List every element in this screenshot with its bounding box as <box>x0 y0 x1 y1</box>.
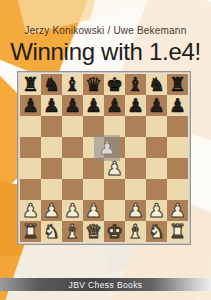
ghost-pawn-icon: ♟ <box>99 135 115 161</box>
square-h6 <box>167 116 188 137</box>
square-f5 <box>125 137 146 158</box>
square-c5 <box>62 137 83 158</box>
square-e6 <box>104 116 125 137</box>
square-b4 <box>41 158 62 179</box>
square-h4 <box>167 158 188 179</box>
square-f1: ♝ <box>125 221 146 242</box>
piece-white-pawn: ♟ <box>148 200 165 221</box>
square-b8: ♞ <box>41 74 62 95</box>
square-a6 <box>20 116 41 137</box>
square-b3 <box>41 179 62 200</box>
square-d1: ♛ <box>83 221 104 242</box>
square-d3 <box>83 179 104 200</box>
piece-white-pawn: ♟ <box>127 200 144 221</box>
piece-black-pawn: ♟ <box>106 95 123 116</box>
square-g4 <box>146 158 167 179</box>
square-e8: ♚ <box>104 74 125 95</box>
square-g7: ♟ <box>146 95 167 116</box>
book-cover: Jerzy Konikowski / Uwe Bekemann Winning … <box>0 0 211 300</box>
square-a8: ♜ <box>20 74 41 95</box>
square-h1: ♜ <box>167 221 188 242</box>
square-a1: ♜ <box>20 221 41 242</box>
square-e7: ♟ <box>104 95 125 116</box>
square-e2 <box>104 200 125 221</box>
square-f4 <box>125 158 146 179</box>
piece-black-rook: ♜ <box>22 74 39 95</box>
square-g6 <box>146 116 167 137</box>
square-d2: ♟ <box>83 200 104 221</box>
piece-black-bishop: ♝ <box>127 74 144 95</box>
square-h5 <box>167 137 188 158</box>
square-h8: ♜ <box>167 74 188 95</box>
square-g1: ♞ <box>146 221 167 242</box>
publisher-bar: JBV Chess Books <box>0 278 211 291</box>
piece-black-pawn: ♟ <box>22 95 39 116</box>
square-a5 <box>20 137 41 158</box>
square-h3 <box>167 179 188 200</box>
piece-white-bishop: ♝ <box>64 221 81 242</box>
square-b7: ♟ <box>41 95 62 116</box>
square-c1: ♝ <box>62 221 83 242</box>
piece-white-knight: ♞ <box>43 221 60 242</box>
square-g8: ♞ <box>146 74 167 95</box>
piece-white-pawn: ♟ <box>22 200 39 221</box>
square-b6 <box>41 116 62 137</box>
piece-white-rook: ♜ <box>169 221 186 242</box>
piece-white-pawn: ♟ <box>64 200 81 221</box>
piece-white-bishop: ♝ <box>127 221 144 242</box>
square-a2: ♟ <box>20 200 41 221</box>
square-e1: ♚ <box>104 221 125 242</box>
square-b1: ♞ <box>41 221 62 242</box>
square-f2: ♟ <box>125 200 146 221</box>
square-b2: ♟ <box>41 200 62 221</box>
square-f8: ♝ <box>125 74 146 95</box>
piece-black-pawn: ♟ <box>169 95 186 116</box>
piece-white-queen: ♛ <box>85 221 102 242</box>
publisher-name: JBV Chess Books <box>68 280 142 290</box>
square-c2: ♟ <box>62 200 83 221</box>
piece-black-king: ♚ <box>106 74 123 95</box>
piece-white-pawn: ♟ <box>43 200 60 221</box>
square-f6 <box>125 116 146 137</box>
author-names: Jerzy Konikowski / Uwe Bekemann <box>0 25 211 36</box>
piece-black-pawn: ♟ <box>148 95 165 116</box>
square-g2: ♟ <box>146 200 167 221</box>
square-a4 <box>20 158 41 179</box>
square-c6 <box>62 116 83 137</box>
piece-black-knight: ♞ <box>43 74 60 95</box>
square-e4: ♟ <box>104 158 125 179</box>
board-frame: ♟ ♜♞♝♛♚♝♞♜♟♟♟♟♟♟♟♟♟♟♟♟♟♟♟♟♜♞♝♛♚♝♞♜ <box>17 71 191 245</box>
square-c8: ♝ <box>62 74 83 95</box>
square-a3 <box>20 179 41 200</box>
chess-board: ♟ ♜♞♝♛♚♝♞♜♟♟♟♟♟♟♟♟♟♟♟♟♟♟♟♟♜♞♝♛♚♝♞♜ <box>20 74 188 242</box>
piece-black-pawn: ♟ <box>43 95 60 116</box>
piece-white-pawn: ♟ <box>169 200 186 221</box>
ghost-pawn-overlay: ♟ <box>94 135 120 161</box>
piece-black-pawn: ♟ <box>85 95 102 116</box>
square-h7: ♟ <box>167 95 188 116</box>
square-c3 <box>62 179 83 200</box>
piece-black-pawn: ♟ <box>127 95 144 116</box>
square-g3 <box>146 179 167 200</box>
piece-black-queen: ♛ <box>85 74 102 95</box>
piece-black-pawn: ♟ <box>64 95 81 116</box>
piece-black-knight: ♞ <box>148 74 165 95</box>
piece-white-king: ♚ <box>106 221 123 242</box>
piece-black-bishop: ♝ <box>64 74 81 95</box>
piece-black-rook: ♜ <box>169 74 186 95</box>
square-d4 <box>83 158 104 179</box>
square-d8: ♛ <box>83 74 104 95</box>
square-c4 <box>62 158 83 179</box>
square-c7: ♟ <box>62 95 83 116</box>
piece-white-pawn: ♟ <box>85 200 102 221</box>
square-h2: ♟ <box>167 200 188 221</box>
square-a7: ♟ <box>20 95 41 116</box>
square-d7: ♟ <box>83 95 104 116</box>
piece-white-knight: ♞ <box>148 221 165 242</box>
piece-white-rook: ♜ <box>22 221 39 242</box>
square-g5 <box>146 137 167 158</box>
square-f3 <box>125 179 146 200</box>
square-b5 <box>41 137 62 158</box>
square-d6 <box>83 116 104 137</box>
square-e3 <box>104 179 125 200</box>
book-title: Winning with 1.e4! <box>0 38 211 66</box>
square-f7: ♟ <box>125 95 146 116</box>
